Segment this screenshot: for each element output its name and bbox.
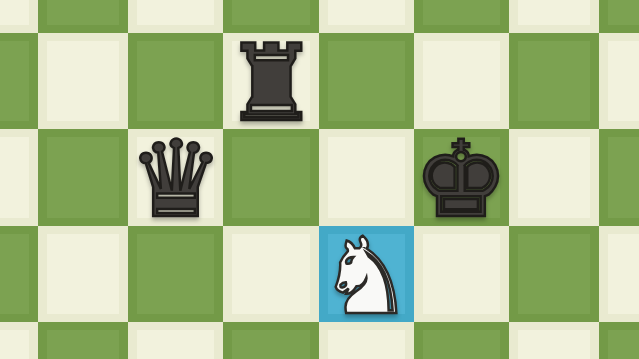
black-queen[interactable]: ♛ [128, 132, 223, 228]
square-f6[interactable]: ♚ [414, 129, 509, 226]
square-h6[interactable] [599, 129, 639, 226]
square-f7[interactable] [414, 33, 509, 130]
square-e7[interactable] [319, 33, 414, 130]
square-a5[interactable] [0, 226, 38, 323]
square-d7[interactable]: ♜ [223, 33, 318, 130]
square-h5[interactable] [599, 226, 639, 323]
chess-board-viewport: ♜♛♚♞ [0, 0, 639, 359]
black-king[interactable]: ♚ [414, 132, 509, 228]
square-g8[interactable] [509, 0, 600, 33]
square-b7[interactable] [38, 33, 129, 130]
square-f8[interactable] [414, 0, 509, 33]
square-e6[interactable] [319, 129, 414, 226]
square-b6[interactable] [38, 129, 129, 226]
square-d5[interactable] [223, 226, 318, 323]
square-b8[interactable] [38, 0, 129, 33]
square-g6[interactable] [509, 129, 600, 226]
square-b5[interactable] [38, 226, 129, 323]
square-c4[interactable] [128, 322, 223, 359]
square-h4[interactable] [599, 322, 639, 359]
square-e5[interactable]: ♞ [319, 226, 414, 323]
square-a6[interactable] [0, 129, 38, 226]
square-g5[interactable] [509, 226, 600, 323]
square-h8[interactable] [599, 0, 639, 33]
chess-board[interactable]: ♜♛♚♞ [0, 0, 639, 359]
black-rook[interactable]: ♜ [223, 36, 318, 132]
square-f4[interactable] [414, 322, 509, 359]
square-c6[interactable]: ♛ [128, 129, 223, 226]
square-b4[interactable] [38, 322, 129, 359]
square-e8[interactable] [319, 0, 414, 33]
square-c7[interactable] [128, 33, 223, 130]
square-a7[interactable] [0, 33, 38, 130]
white-knight[interactable]: ♞ [319, 229, 414, 325]
square-c8[interactable] [128, 0, 223, 33]
square-h7[interactable] [599, 33, 639, 130]
square-a8[interactable] [0, 0, 38, 33]
square-d4[interactable] [223, 322, 318, 359]
square-a4[interactable] [0, 322, 38, 359]
square-g7[interactable] [509, 33, 600, 130]
square-g4[interactable] [509, 322, 600, 359]
